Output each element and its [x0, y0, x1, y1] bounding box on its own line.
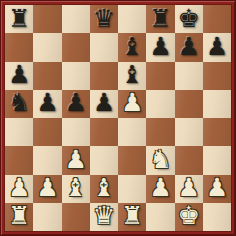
- black-pawn[interactable]: ♟: [64, 90, 86, 115]
- square-c4[interactable]: [62, 118, 90, 146]
- square-a7[interactable]: [5, 33, 33, 61]
- black-knight[interactable]: ♞: [8, 90, 30, 115]
- square-e5[interactable]: ♟: [118, 90, 146, 118]
- white-knight[interactable]: ♞: [149, 147, 171, 172]
- square-a4[interactable]: [5, 118, 33, 146]
- square-f4[interactable]: [146, 118, 174, 146]
- black-bishop[interactable]: ♝: [121, 62, 143, 87]
- square-h4[interactable]: [203, 118, 231, 146]
- square-b6[interactable]: [33, 62, 61, 90]
- square-h8[interactable]: [203, 5, 231, 33]
- square-f6[interactable]: [146, 62, 174, 90]
- square-g6[interactable]: [175, 62, 203, 90]
- square-a6[interactable]: ♟: [5, 62, 33, 90]
- black-pawn[interactable]: ♟: [8, 62, 30, 87]
- white-bishop[interactable]: ♝: [64, 175, 86, 200]
- black-pawn[interactable]: ♟: [93, 90, 115, 115]
- square-e7[interactable]: ♝: [118, 33, 146, 61]
- square-a5[interactable]: ♞: [5, 90, 33, 118]
- square-a3[interactable]: [5, 146, 33, 174]
- white-pawn[interactable]: ♟: [206, 175, 228, 200]
- square-a2[interactable]: ♟: [5, 175, 33, 203]
- square-b2[interactable]: ♟: [33, 175, 61, 203]
- square-d4[interactable]: [90, 118, 118, 146]
- white-pawn[interactable]: ♟: [149, 175, 171, 200]
- square-d5[interactable]: ♟: [90, 90, 118, 118]
- square-b3[interactable]: [33, 146, 61, 174]
- white-king[interactable]: ♚: [177, 203, 199, 228]
- square-a1[interactable]: ♜: [5, 203, 33, 231]
- square-a8[interactable]: ♜: [5, 5, 33, 33]
- black-pawn[interactable]: ♟: [177, 34, 199, 59]
- black-bishop[interactable]: ♝: [121, 34, 143, 59]
- square-h5[interactable]: [203, 90, 231, 118]
- white-rook[interactable]: ♜: [121, 203, 143, 228]
- square-h6[interactable]: [203, 62, 231, 90]
- square-h1[interactable]: [203, 203, 231, 231]
- white-pawn[interactable]: ♟: [64, 147, 86, 172]
- chess-board-frame: ♜♛♜♚♝♟♟♟♟♝♞♟♟♟♟♟♞♟♟♝♝♟♟♟♜♛♜♚: [0, 0, 236, 236]
- square-d3[interactable]: [90, 146, 118, 174]
- square-h3[interactable]: [203, 146, 231, 174]
- square-c1[interactable]: [62, 203, 90, 231]
- square-g5[interactable]: [175, 90, 203, 118]
- black-rook[interactable]: ♜: [149, 6, 171, 31]
- square-c3[interactable]: ♟: [62, 146, 90, 174]
- square-c6[interactable]: [62, 62, 90, 90]
- square-b1[interactable]: [33, 203, 61, 231]
- black-queen[interactable]: ♛: [93, 6, 115, 31]
- square-g8[interactable]: ♚: [175, 5, 203, 33]
- square-e6[interactable]: ♝: [118, 62, 146, 90]
- square-g3[interactable]: [175, 146, 203, 174]
- white-pawn[interactable]: ♟: [121, 90, 143, 115]
- square-f8[interactable]: ♜: [146, 5, 174, 33]
- white-pawn[interactable]: ♟: [36, 175, 58, 200]
- square-e3[interactable]: [118, 146, 146, 174]
- white-bishop[interactable]: ♝: [93, 175, 115, 200]
- square-b5[interactable]: ♟: [33, 90, 61, 118]
- black-king[interactable]: ♚: [177, 6, 199, 31]
- square-b7[interactable]: [33, 33, 61, 61]
- black-pawn[interactable]: ♟: [206, 34, 228, 59]
- square-b4[interactable]: [33, 118, 61, 146]
- square-f1[interactable]: [146, 203, 174, 231]
- white-rook[interactable]: ♜: [8, 203, 30, 228]
- square-c8[interactable]: [62, 5, 90, 33]
- square-d2[interactable]: ♝: [90, 175, 118, 203]
- square-g1[interactable]: ♚: [175, 203, 203, 231]
- chess-board: ♜♛♜♚♝♟♟♟♟♝♞♟♟♟♟♟♞♟♟♝♝♟♟♟♜♛♜♚: [5, 5, 231, 231]
- square-h2[interactable]: ♟: [203, 175, 231, 203]
- black-rook[interactable]: ♜: [8, 6, 30, 31]
- square-d6[interactable]: [90, 62, 118, 90]
- square-g4[interactable]: [175, 118, 203, 146]
- square-b8[interactable]: [33, 5, 61, 33]
- square-c7[interactable]: [62, 33, 90, 61]
- square-d1[interactable]: ♛: [90, 203, 118, 231]
- square-e8[interactable]: [118, 5, 146, 33]
- square-c5[interactable]: ♟: [62, 90, 90, 118]
- square-f3[interactable]: ♞: [146, 146, 174, 174]
- square-g7[interactable]: ♟: [175, 33, 203, 61]
- white-pawn[interactable]: ♟: [8, 175, 30, 200]
- square-e4[interactable]: [118, 118, 146, 146]
- square-f5[interactable]: [146, 90, 174, 118]
- square-f2[interactable]: ♟: [146, 175, 174, 203]
- square-f7[interactable]: ♟: [146, 33, 174, 61]
- square-g2[interactable]: ♟: [175, 175, 203, 203]
- square-e2[interactable]: [118, 175, 146, 203]
- square-h7[interactable]: ♟: [203, 33, 231, 61]
- white-pawn[interactable]: ♟: [177, 175, 199, 200]
- white-queen[interactable]: ♛: [93, 203, 115, 228]
- square-d8[interactable]: ♛: [90, 5, 118, 33]
- square-c2[interactable]: ♝: [62, 175, 90, 203]
- square-d7[interactable]: [90, 33, 118, 61]
- square-e1[interactable]: ♜: [118, 203, 146, 231]
- black-pawn[interactable]: ♟: [36, 90, 58, 115]
- black-pawn[interactable]: ♟: [149, 34, 171, 59]
